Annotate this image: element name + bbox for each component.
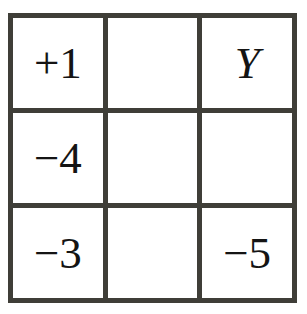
cell-r1c0: −4 [13,113,103,203]
cell-r0c0: +1 [13,18,103,108]
cell-r1c1 [108,113,198,203]
cell-r0c1 [108,18,198,108]
cell-r2c0: −3 [13,208,103,298]
cell-r0c2: Y [202,18,292,108]
cell-r2c1 [108,208,198,298]
cell-r2c2: −5 [202,208,292,298]
cell-r1c2 [202,113,292,203]
puzzle-grid: +1 Y −4 −3 −5 [8,13,297,303]
